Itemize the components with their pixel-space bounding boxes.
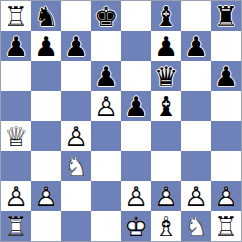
square-c1[interactable]: [61, 211, 91, 241]
piece-white-bishop[interactable]: ♝♗: [151, 211, 181, 241]
square-b3[interactable]: [31, 151, 61, 181]
piece-white-queen[interactable]: ♛♕: [1, 121, 31, 151]
square-h6[interactable]: ♟: [211, 61, 241, 91]
square-d4[interactable]: [91, 121, 121, 151]
black-piece-glyph: ♟: [61, 31, 91, 61]
square-f8[interactable]: ♝: [151, 1, 181, 31]
square-f7[interactable]: ♟: [151, 31, 181, 61]
piece-white-pawn[interactable]: ♟♙: [151, 181, 181, 211]
black-piece-glyph: ♟: [151, 31, 181, 61]
chess-board: ♜♖♞♚♝♜♟♟♟♟♟♟♛♟♟♙♟♝♛♕♟♙♞♘♟♙♟♙♟♙♟♙♟♙♟♙♜♖♚♔…: [0, 0, 242, 242]
square-h8[interactable]: ♜: [211, 1, 241, 31]
square-c8[interactable]: [61, 1, 91, 31]
square-a7[interactable]: ♟: [1, 31, 31, 61]
white-piece-outline: ♙: [181, 181, 211, 211]
black-piece-glyph: ♟: [91, 61, 121, 91]
black-piece-glyph: ♟: [31, 31, 61, 61]
square-f3[interactable]: [151, 151, 181, 181]
white-piece-outline: ♖: [1, 211, 31, 241]
square-g3[interactable]: [181, 151, 211, 181]
square-a6[interactable]: [1, 61, 31, 91]
square-b7[interactable]: ♟: [31, 31, 61, 61]
white-piece-outline: ♕: [1, 121, 31, 151]
piece-white-rook[interactable]: ♜♖: [1, 211, 31, 241]
piece-white-pawn[interactable]: ♟♙: [1, 181, 31, 211]
square-f5[interactable]: ♝: [151, 91, 181, 121]
white-piece-outline: ♙: [31, 181, 61, 211]
square-e3[interactable]: [121, 151, 151, 181]
black-piece-glyph: ♞: [31, 1, 61, 31]
piece-white-rook[interactable]: ♜♖: [211, 211, 241, 241]
square-a3[interactable]: [1, 151, 31, 181]
square-g2[interactable]: ♟♙: [181, 181, 211, 211]
square-c6[interactable]: [61, 61, 91, 91]
square-b8[interactable]: ♞: [31, 1, 61, 31]
square-g6[interactable]: [181, 61, 211, 91]
white-piece-outline: ♘: [181, 211, 211, 241]
white-piece-outline: ♙: [1, 181, 31, 211]
white-piece-outline: ♙: [91, 91, 121, 121]
white-piece-outline: ♖: [1, 1, 31, 31]
square-e6[interactable]: [121, 61, 151, 91]
piece-black-pawn[interactable]: ♟: [121, 91, 151, 121]
square-g1[interactable]: ♞♘: [181, 211, 211, 241]
square-b5[interactable]: [31, 91, 61, 121]
square-d7[interactable]: [91, 31, 121, 61]
square-f2[interactable]: ♟♙: [151, 181, 181, 211]
piece-black-pawn[interactable]: ♟: [211, 61, 241, 91]
square-h1[interactable]: ♜♖: [211, 211, 241, 241]
piece-black-queen[interactable]: ♛: [151, 61, 181, 91]
white-piece-outline: ♙: [151, 181, 181, 211]
square-e2[interactable]: ♟♙: [121, 181, 151, 211]
piece-black-pawn[interactable]: ♟: [1, 31, 31, 61]
square-a4[interactable]: ♛♕: [1, 121, 31, 151]
square-f6[interactable]: ♛: [151, 61, 181, 91]
square-d8[interactable]: ♚: [91, 1, 121, 31]
black-piece-glyph: ♛: [151, 61, 181, 91]
piece-black-bishop[interactable]: ♝: [151, 1, 181, 31]
black-piece-glyph: ♝: [151, 1, 181, 31]
piece-black-king[interactable]: ♚: [91, 1, 121, 31]
square-b2[interactable]: ♟♙: [31, 181, 61, 211]
square-g8[interactable]: [181, 1, 211, 31]
piece-black-pawn[interactable]: ♟: [61, 31, 91, 61]
white-piece-outline: ♙: [121, 181, 151, 211]
square-c5[interactable]: [61, 91, 91, 121]
square-b4[interactable]: [31, 121, 61, 151]
square-d6[interactable]: ♟: [91, 61, 121, 91]
square-c7[interactable]: ♟: [61, 31, 91, 61]
piece-white-pawn[interactable]: ♟♙: [121, 181, 151, 211]
square-e5[interactable]: ♟: [121, 91, 151, 121]
square-a8[interactable]: ♜♖: [1, 1, 31, 31]
white-piece-outline: ♙: [61, 121, 91, 151]
square-h7[interactable]: [211, 31, 241, 61]
black-piece-glyph: ♟: [121, 91, 151, 121]
square-a2[interactable]: ♟♙: [1, 181, 31, 211]
piece-black-knight[interactable]: ♞: [31, 1, 61, 31]
black-piece-glyph: ♟: [1, 31, 31, 61]
white-piece-outline: ♖: [211, 211, 241, 241]
piece-black-bishop[interactable]: ♝: [151, 91, 181, 121]
piece-black-pawn[interactable]: ♟: [181, 31, 211, 61]
square-b6[interactable]: [31, 61, 61, 91]
piece-white-pawn[interactable]: ♟♙: [61, 121, 91, 151]
square-b1[interactable]: [31, 211, 61, 241]
square-c2[interactable]: [61, 181, 91, 211]
piece-black-pawn[interactable]: ♟: [31, 31, 61, 61]
piece-white-pawn[interactable]: ♟♙: [91, 91, 121, 121]
piece-white-king[interactable]: ♚♔: [121, 211, 151, 241]
square-d3[interactable]: [91, 151, 121, 181]
white-piece-outline: ♔: [121, 211, 151, 241]
square-f4[interactable]: [151, 121, 181, 151]
piece-white-pawn[interactable]: ♟♙: [181, 181, 211, 211]
square-c3[interactable]: ♞♘: [61, 151, 91, 181]
black-piece-glyph: ♟: [181, 31, 211, 61]
square-d1[interactable]: [91, 211, 121, 241]
board-grid: ♜♖♞♚♝♜♟♟♟♟♟♟♛♟♟♙♟♝♛♕♟♙♞♘♟♙♟♙♟♙♟♙♟♙♟♙♜♖♚♔…: [1, 1, 241, 241]
square-e8[interactable]: [121, 1, 151, 31]
square-d5[interactable]: ♟♙: [91, 91, 121, 121]
square-e7[interactable]: [121, 31, 151, 61]
black-piece-glyph: ♜: [211, 1, 241, 31]
square-d2[interactable]: [91, 181, 121, 211]
piece-black-pawn[interactable]: ♟: [151, 31, 181, 61]
piece-white-knight[interactable]: ♞♘: [61, 151, 91, 181]
white-piece-outline: ♙: [211, 181, 241, 211]
piece-white-pawn[interactable]: ♟♙: [31, 181, 61, 211]
square-e4[interactable]: [121, 121, 151, 151]
square-g7[interactable]: ♟: [181, 31, 211, 61]
square-a1[interactable]: ♜♖: [1, 211, 31, 241]
white-piece-outline: ♗: [151, 211, 181, 241]
square-h5[interactable]: [211, 91, 241, 121]
square-h3[interactable]: [211, 151, 241, 181]
black-piece-glyph: ♟: [211, 61, 241, 91]
square-a5[interactable]: [1, 91, 31, 121]
square-g5[interactable]: [181, 91, 211, 121]
white-piece-outline: ♘: [61, 151, 91, 181]
piece-white-pawn[interactable]: ♟♙: [211, 181, 241, 211]
piece-white-rook[interactable]: ♜♖: [1, 1, 31, 31]
square-f1[interactable]: ♝♗: [151, 211, 181, 241]
square-e1[interactable]: ♚♔: [121, 211, 151, 241]
square-g4[interactable]: [181, 121, 211, 151]
piece-white-knight[interactable]: ♞♘: [181, 211, 211, 241]
square-h4[interactable]: [211, 121, 241, 151]
black-piece-glyph: ♚: [91, 1, 121, 31]
piece-black-pawn[interactable]: ♟: [91, 61, 121, 91]
black-piece-glyph: ♝: [151, 91, 181, 121]
square-c4[interactable]: ♟♙: [61, 121, 91, 151]
piece-black-rook[interactable]: ♜: [211, 1, 241, 31]
square-h2[interactable]: ♟♙: [211, 181, 241, 211]
